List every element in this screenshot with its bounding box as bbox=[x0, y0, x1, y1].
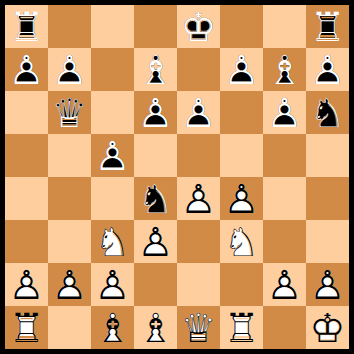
square-a7[interactable]: ♟♙ bbox=[5, 48, 48, 91]
square-d4[interactable]: ♞♘ bbox=[134, 177, 177, 220]
square-g2[interactable]: ♟♙ bbox=[263, 263, 306, 306]
black-pawn[interactable]: ♟♙ bbox=[48, 48, 91, 91]
white-pawn-outline-glyph: ♙ bbox=[48, 263, 91, 306]
white-pawn[interactable]: ♟♙ bbox=[5, 263, 48, 306]
square-a6[interactable] bbox=[5, 91, 48, 134]
square-f5[interactable] bbox=[220, 134, 263, 177]
white-pawn-outline-glyph: ♙ bbox=[5, 263, 48, 306]
square-e5[interactable] bbox=[177, 134, 220, 177]
white-rook-outline-glyph: ♖ bbox=[220, 306, 263, 349]
square-h1[interactable]: ♚♔ bbox=[306, 306, 349, 349]
square-a2[interactable]: ♟♙ bbox=[5, 263, 48, 306]
square-d7[interactable]: ♝♗ bbox=[134, 48, 177, 91]
white-pawn[interactable]: ♟♙ bbox=[91, 263, 134, 306]
black-knight[interactable]: ♞♘ bbox=[306, 91, 349, 134]
square-e8[interactable]: ♚♔ bbox=[177, 5, 220, 48]
square-h8[interactable]: ♜♖ bbox=[306, 5, 349, 48]
black-pawn-outline-glyph: ♙ bbox=[134, 91, 177, 134]
white-pawn[interactable]: ♟♙ bbox=[306, 263, 349, 306]
black-pawn[interactable]: ♟♙ bbox=[306, 48, 349, 91]
square-d1[interactable]: ♝♗ bbox=[134, 306, 177, 349]
white-knight[interactable]: ♞♘ bbox=[220, 220, 263, 263]
black-king[interactable]: ♚♔ bbox=[177, 5, 220, 48]
black-pawn[interactable]: ♟♙ bbox=[220, 48, 263, 91]
white-pawn[interactable]: ♟♙ bbox=[48, 263, 91, 306]
square-c2[interactable]: ♟♙ bbox=[91, 263, 134, 306]
white-queen[interactable]: ♛♕ bbox=[177, 306, 220, 349]
white-bishop-outline-glyph: ♗ bbox=[91, 306, 134, 349]
white-pawn-outline-glyph: ♙ bbox=[91, 263, 134, 306]
square-b7[interactable]: ♟♙ bbox=[48, 48, 91, 91]
white-pawn-outline-glyph: ♙ bbox=[306, 263, 349, 306]
square-e7[interactable] bbox=[177, 48, 220, 91]
square-f6[interactable] bbox=[220, 91, 263, 134]
white-bishop-outline-glyph: ♗ bbox=[134, 306, 177, 349]
square-c4[interactable] bbox=[91, 177, 134, 220]
white-pawn[interactable]: ♟♙ bbox=[177, 177, 220, 220]
square-a4[interactable] bbox=[5, 177, 48, 220]
black-pawn[interactable]: ♟♙ bbox=[177, 91, 220, 134]
black-knight-outline-glyph: ♘ bbox=[134, 177, 177, 220]
square-e3[interactable] bbox=[177, 220, 220, 263]
square-e2[interactable] bbox=[177, 263, 220, 306]
square-h2[interactable]: ♟♙ bbox=[306, 263, 349, 306]
square-g5[interactable] bbox=[263, 134, 306, 177]
square-b3[interactable] bbox=[48, 220, 91, 263]
square-f3[interactable]: ♞♘ bbox=[220, 220, 263, 263]
square-a8[interactable]: ♜♖ bbox=[5, 5, 48, 48]
square-d5[interactable] bbox=[134, 134, 177, 177]
white-king-outline-glyph: ♔ bbox=[306, 306, 349, 349]
square-h5[interactable] bbox=[306, 134, 349, 177]
square-a3[interactable] bbox=[5, 220, 48, 263]
black-bishop[interactable]: ♝♗ bbox=[134, 48, 177, 91]
white-knight-outline-glyph: ♘ bbox=[220, 220, 263, 263]
white-pawn-outline-glyph: ♙ bbox=[220, 177, 263, 220]
square-h7[interactable]: ♟♙ bbox=[306, 48, 349, 91]
black-pawn[interactable]: ♟♙ bbox=[134, 91, 177, 134]
square-f8[interactable] bbox=[220, 5, 263, 48]
square-c1[interactable]: ♝♗ bbox=[91, 306, 134, 349]
square-g3[interactable] bbox=[263, 220, 306, 263]
square-a1[interactable]: ♜♖ bbox=[5, 306, 48, 349]
black-pawn[interactable]: ♟♙ bbox=[91, 134, 134, 177]
white-rook-outline-glyph: ♖ bbox=[5, 306, 48, 349]
white-pawn[interactable]: ♟♙ bbox=[220, 177, 263, 220]
black-pawn-outline-glyph: ♙ bbox=[220, 48, 263, 91]
square-d6[interactable]: ♟♙ bbox=[134, 91, 177, 134]
black-king-outline-glyph: ♔ bbox=[177, 5, 220, 48]
white-pawn-outline-glyph: ♙ bbox=[263, 263, 306, 306]
square-d2[interactable] bbox=[134, 263, 177, 306]
square-e4[interactable]: ♟♙ bbox=[177, 177, 220, 220]
white-queen-outline-glyph: ♕ bbox=[177, 306, 220, 349]
white-bishop[interactable]: ♝♗ bbox=[91, 306, 134, 349]
square-d8[interactable] bbox=[134, 5, 177, 48]
square-g4[interactable] bbox=[263, 177, 306, 220]
square-h4[interactable] bbox=[306, 177, 349, 220]
white-knight-outline-glyph: ♘ bbox=[91, 220, 134, 263]
black-queen[interactable]: ♛♕ bbox=[48, 91, 91, 134]
square-f7[interactable]: ♟♙ bbox=[220, 48, 263, 91]
black-pawn-outline-glyph: ♙ bbox=[91, 134, 134, 177]
square-c3[interactable]: ♞♘ bbox=[91, 220, 134, 263]
black-bishop[interactable]: ♝♗ bbox=[263, 48, 306, 91]
square-g8[interactable] bbox=[263, 5, 306, 48]
square-b6[interactable]: ♛♕ bbox=[48, 91, 91, 134]
black-queen-outline-glyph: ♕ bbox=[48, 91, 91, 134]
black-rook-outline-glyph: ♖ bbox=[5, 5, 48, 48]
square-b1[interactable] bbox=[48, 306, 91, 349]
white-pawn[interactable]: ♟♙ bbox=[134, 220, 177, 263]
white-pawn-outline-glyph: ♙ bbox=[177, 177, 220, 220]
black-pawn[interactable]: ♟♙ bbox=[263, 91, 306, 134]
white-pawn[interactable]: ♟♙ bbox=[263, 263, 306, 306]
white-rook[interactable]: ♜♖ bbox=[220, 306, 263, 349]
black-pawn-outline-glyph: ♙ bbox=[177, 91, 220, 134]
square-g6[interactable]: ♟♙ bbox=[263, 91, 306, 134]
chess-board: ♜♖♚♔♜♖♟♙♟♙♝♗♟♙♝♗♟♙♛♕♟♙♟♙♟♙♞♘♟♙♞♘♟♙♟♙♞♘♟♙… bbox=[5, 5, 349, 349]
square-g7[interactable]: ♝♗ bbox=[263, 48, 306, 91]
square-h3[interactable] bbox=[306, 220, 349, 263]
white-knight[interactable]: ♞♘ bbox=[91, 220, 134, 263]
black-pawn[interactable]: ♟♙ bbox=[5, 48, 48, 91]
black-bishop-outline-glyph: ♗ bbox=[134, 48, 177, 91]
square-d3[interactable]: ♟♙ bbox=[134, 220, 177, 263]
square-e6[interactable]: ♟♙ bbox=[177, 91, 220, 134]
square-c7[interactable] bbox=[91, 48, 134, 91]
square-f2[interactable] bbox=[220, 263, 263, 306]
black-knight[interactable]: ♞♘ bbox=[134, 177, 177, 220]
black-pawn-outline-glyph: ♙ bbox=[48, 48, 91, 91]
black-knight-outline-glyph: ♘ bbox=[306, 91, 349, 134]
square-f4[interactable]: ♟♙ bbox=[220, 177, 263, 220]
black-rook[interactable]: ♜♖ bbox=[5, 5, 48, 48]
square-b4[interactable] bbox=[48, 177, 91, 220]
square-c8[interactable] bbox=[91, 5, 134, 48]
white-rook[interactable]: ♜♖ bbox=[5, 306, 48, 349]
black-rook-outline-glyph: ♖ bbox=[306, 5, 349, 48]
black-bishop-outline-glyph: ♗ bbox=[263, 48, 306, 91]
square-e1[interactable]: ♛♕ bbox=[177, 306, 220, 349]
black-pawn-outline-glyph: ♙ bbox=[5, 48, 48, 91]
square-c5[interactable]: ♟♙ bbox=[91, 134, 134, 177]
black-rook[interactable]: ♜♖ bbox=[306, 5, 349, 48]
square-c6[interactable] bbox=[91, 91, 134, 134]
white-king[interactable]: ♚♔ bbox=[306, 306, 349, 349]
white-bishop[interactable]: ♝♗ bbox=[134, 306, 177, 349]
square-h6[interactable]: ♞♘ bbox=[306, 91, 349, 134]
square-f1[interactable]: ♜♖ bbox=[220, 306, 263, 349]
white-pawn-outline-glyph: ♙ bbox=[134, 220, 177, 263]
square-b2[interactable]: ♟♙ bbox=[48, 263, 91, 306]
board-frame: ♜♖♚♔♜♖♟♙♟♙♝♗♟♙♝♗♟♙♛♕♟♙♟♙♟♙♞♘♟♙♞♘♟♙♟♙♞♘♟♙… bbox=[0, 0, 354, 354]
square-b8[interactable] bbox=[48, 5, 91, 48]
square-a5[interactable] bbox=[5, 134, 48, 177]
black-pawn-outline-glyph: ♙ bbox=[263, 91, 306, 134]
square-g1[interactable] bbox=[263, 306, 306, 349]
square-b5[interactable] bbox=[48, 134, 91, 177]
black-pawn-outline-glyph: ♙ bbox=[306, 48, 349, 91]
